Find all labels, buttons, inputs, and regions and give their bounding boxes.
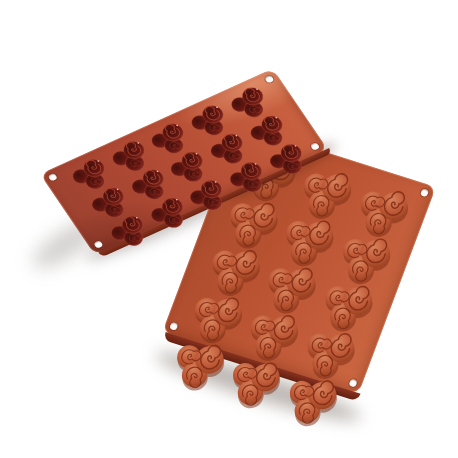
product-photo (0, 0, 458, 458)
